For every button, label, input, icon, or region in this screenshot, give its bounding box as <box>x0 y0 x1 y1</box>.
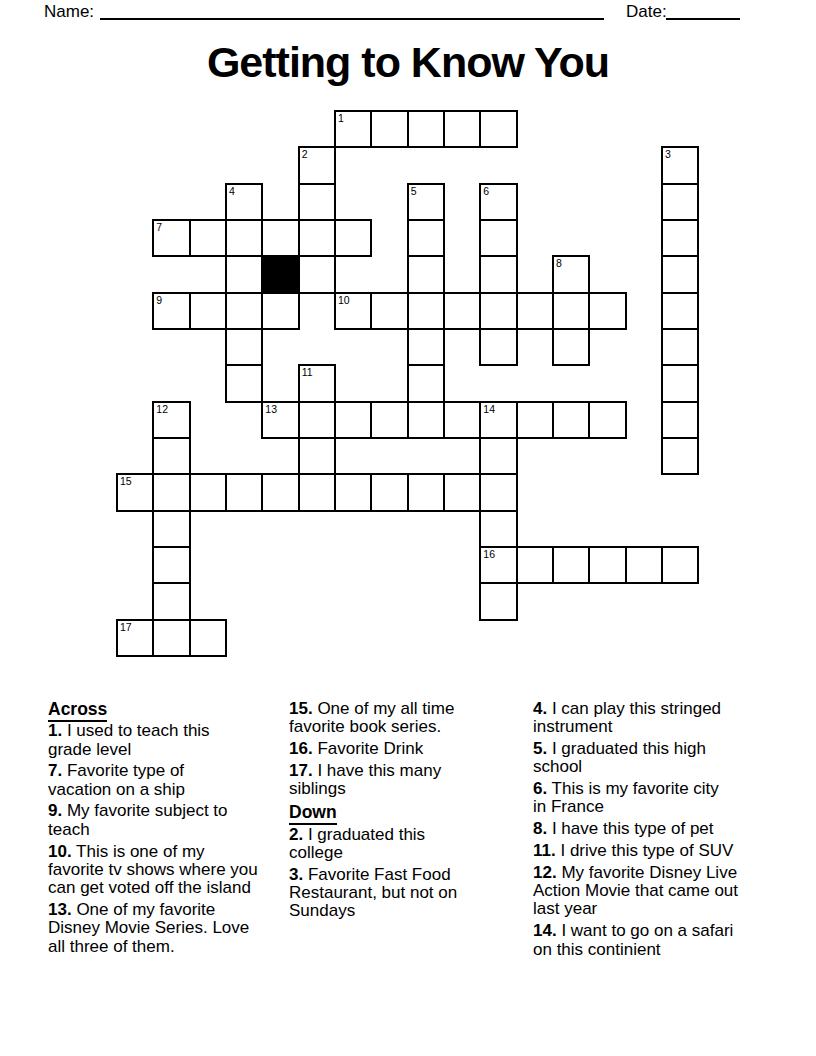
clue-number: 7. <box>48 761 62 780</box>
clue-number: 10. <box>48 842 72 861</box>
clue-across-15: 15. One of my all time favorite book ser… <box>289 700 539 737</box>
clue-number: 4. <box>533 699 547 718</box>
grid-cell[interactable] <box>298 255 336 293</box>
cell-number-3: 3 <box>665 149 671 160</box>
grid-cell[interactable] <box>298 473 336 511</box>
grid-cell[interactable] <box>407 255 445 293</box>
cell-number-1: 1 <box>338 113 344 124</box>
grid-cell[interactable] <box>407 401 445 439</box>
date-label: Date: <box>626 3 667 21</box>
grid-cell[interactable] <box>152 582 190 620</box>
grid-cell[interactable] <box>152 546 190 584</box>
clue-down-4: 4. I can play this stringed instrument <box>533 700 783 737</box>
clue-across-10: 10. This is one of my favorite tv shows … <box>48 843 298 898</box>
grid-cell[interactable] <box>552 328 590 366</box>
grid-cell[interactable] <box>661 183 699 221</box>
grid-cell[interactable] <box>370 292 408 330</box>
grid-cell[interactable] <box>225 328 263 366</box>
grid-cell[interactable] <box>189 292 227 330</box>
clue-number: 17. <box>289 761 313 780</box>
clue-down-3: 3. Favorite Fast Food Restaurant, but no… <box>289 866 539 921</box>
grid-cell[interactable] <box>552 546 590 584</box>
grid-cell[interactable] <box>661 255 699 293</box>
clue-text: I graduated this college <box>289 825 425 862</box>
clue-number: 9. <box>48 801 62 820</box>
grid-cell[interactable] <box>152 510 190 548</box>
grid-cell[interactable] <box>225 219 263 257</box>
clue-number: 3. <box>289 865 303 884</box>
clue-text: One of my favorite Disney Movie Series. … <box>48 900 249 956</box>
clue-number: 15. <box>289 699 313 718</box>
cell-number-14: 14 <box>483 404 495 415</box>
grid-cell[interactable] <box>261 473 299 511</box>
clue-number: 16. <box>289 739 313 758</box>
grid-cell[interactable] <box>152 437 190 475</box>
cell-number-12: 12 <box>156 404 168 415</box>
grid-cell[interactable] <box>661 546 699 584</box>
grid-cell[interactable] <box>516 546 554 584</box>
clue-text: My favorite Disney Live Action Movie tha… <box>533 863 738 919</box>
grid-cell[interactable] <box>552 292 590 330</box>
grid-cell[interactable] <box>298 401 336 439</box>
grid-cell[interactable] <box>261 219 299 257</box>
clue-across-17: 17. I have this many siblings <box>289 762 539 799</box>
across-heading: Across <box>48 700 298 718</box>
grid-cell[interactable] <box>479 510 517 548</box>
grid-cell[interactable] <box>625 546 663 584</box>
worksheet-page: Name: Date: Getting to Know You 12345678… <box>0 0 816 1056</box>
grid-cell[interactable] <box>407 292 445 330</box>
grid-cell[interactable] <box>334 401 372 439</box>
clue-across-7: 7. Favorite type of vacation on a ship <box>48 762 298 799</box>
clue-text: I can play this stringed instrument <box>533 699 721 736</box>
grid-cell[interactable] <box>661 437 699 475</box>
clue-down-12: 12. My favorite Disney Live Action Movie… <box>533 864 783 919</box>
cell-number-16: 16 <box>483 549 495 560</box>
cell-number-8: 8 <box>556 258 562 269</box>
grid-cell[interactable] <box>225 292 263 330</box>
clue-number: 11. <box>533 841 556 860</box>
grid-cell[interactable] <box>298 437 336 475</box>
clue-across-16: 16. Favorite Drink <box>289 740 539 758</box>
cell-number-10: 10 <box>338 295 350 306</box>
cell-number-7: 7 <box>156 222 162 233</box>
grid-cell[interactable] <box>661 328 699 366</box>
grid-cell[interactable] <box>298 183 336 221</box>
clue-text: My favorite subject to teach <box>48 801 228 838</box>
clue-text: Favorite type of vacation on a ship <box>48 761 185 798</box>
grid-cell[interactable] <box>298 219 336 257</box>
grid-cell[interactable] <box>407 328 445 366</box>
grid-cell[interactable] <box>479 473 517 511</box>
clue-down-11: 11. I drive this type of SUV <box>533 842 783 860</box>
date-blank-line[interactable] <box>666 2 740 20</box>
clue-number: 5. <box>533 739 547 758</box>
grid-cell[interactable] <box>443 110 481 148</box>
grid-cell[interactable] <box>189 219 227 257</box>
grid-cell[interactable] <box>189 619 227 657</box>
cell-number-17: 17 <box>120 622 132 633</box>
black-cell <box>261 255 299 293</box>
clue-column-left: Across 1. I used to teach this grade lev… <box>48 700 298 959</box>
grid-cell[interactable] <box>479 328 517 366</box>
grid-cell[interactable] <box>334 219 372 257</box>
grid-cell[interactable] <box>370 401 408 439</box>
grid-cell[interactable] <box>152 473 190 511</box>
clue-text: One of my all time favorite book series. <box>289 699 454 736</box>
grid-cell[interactable] <box>225 473 263 511</box>
grid-cell[interactable] <box>370 110 408 148</box>
cell-number-15: 15 <box>120 476 132 487</box>
grid-cell[interactable] <box>407 110 445 148</box>
clue-number: 6. <box>533 779 547 798</box>
clue-across-13: 13. One of my favorite Disney Movie Seri… <box>48 901 298 956</box>
grid-cell[interactable] <box>661 364 699 402</box>
puzzle-title: Getting to Know You <box>0 34 816 90</box>
cell-number-2: 2 <box>302 149 308 160</box>
grid-cell[interactable] <box>407 364 445 402</box>
grid-cell[interactable] <box>443 401 481 439</box>
grid-cell[interactable] <box>661 219 699 257</box>
grid-cell[interactable] <box>225 364 263 402</box>
clue-text: This is one of my favorite tv shows wher… <box>48 842 258 898</box>
grid-cell[interactable] <box>261 292 299 330</box>
grid-cell[interactable] <box>479 582 517 620</box>
grid-cell[interactable] <box>588 401 626 439</box>
crossword-grid: 1234567891011121314151617 <box>116 110 706 665</box>
clue-down-14: 14. I want to go on a safari on this con… <box>533 922 783 959</box>
clue-text: Favorite Drink <box>317 739 423 758</box>
cell-number-13: 13 <box>265 404 277 415</box>
cell-number-4: 4 <box>229 186 235 197</box>
grid-cell[interactable] <box>552 401 590 439</box>
clue-number: 14. <box>533 921 557 940</box>
cell-number-11: 11 <box>302 367 313 378</box>
clue-across-1: 1. I used to teach this grade level <box>48 722 298 759</box>
clue-text: I want to go on a safari on this contini… <box>533 921 733 958</box>
name-label: Name: <box>44 3 94 21</box>
grid-cell[interactable] <box>516 292 554 330</box>
cell-number-6: 6 <box>483 186 489 197</box>
clue-down-2: 2. I graduated this college <box>289 826 539 863</box>
down-heading: Down <box>289 803 539 821</box>
grid-cell[interactable] <box>443 473 481 511</box>
grid-cell[interactable] <box>407 473 445 511</box>
grid-cell[interactable] <box>516 401 554 439</box>
grid-cell[interactable] <box>588 546 626 584</box>
clue-column-right: 4. I can play this stringed instrument 5… <box>533 700 783 962</box>
clue-across-9: 9. My favorite subject to teach <box>48 802 298 839</box>
grid-cell[interactable] <box>479 437 517 475</box>
grid-cell[interactable] <box>443 292 481 330</box>
clue-text: I graduated this high school <box>533 739 706 776</box>
clue-number: 8. <box>533 819 547 838</box>
grid-cell[interactable] <box>479 292 517 330</box>
grid-cell[interactable] <box>479 219 517 257</box>
grid-cell[interactable] <box>334 473 372 511</box>
grid-cell[interactable] <box>225 255 263 293</box>
clue-text: This is my favorite city in France <box>533 779 719 816</box>
cell-number-9: 9 <box>156 295 162 306</box>
clue-down-6: 6. This is my favorite city in France <box>533 780 783 817</box>
cell-number-5: 5 <box>411 186 417 197</box>
clue-number: 2. <box>289 825 303 844</box>
clue-down-8: 8. I have this type of pet <box>533 820 783 838</box>
grid-cell[interactable] <box>189 473 227 511</box>
clue-text: I drive this type of SUV <box>560 841 733 860</box>
grid-cell[interactable] <box>661 401 699 439</box>
grid-cell[interactable] <box>588 292 626 330</box>
name-blank-line[interactable] <box>100 2 604 20</box>
grid-cell[interactable] <box>661 292 699 330</box>
clue-number: 13. <box>48 900 72 919</box>
clue-number: 1. <box>48 721 62 740</box>
clue-column-middle: 15. One of my all time favorite book ser… <box>289 700 539 924</box>
clue-text: Favorite Fast Food Restaurant, but not o… <box>289 865 457 921</box>
clue-down-5: 5. I graduated this high school <box>533 740 783 777</box>
grid-cell[interactable] <box>152 619 190 657</box>
clue-text: I used to teach this grade level <box>48 721 210 758</box>
grid-cell[interactable] <box>479 255 517 293</box>
clue-text: I have this type of pet <box>552 819 714 838</box>
grid-cell[interactable] <box>407 219 445 257</box>
grid-cell[interactable] <box>370 473 408 511</box>
clue-number: 12. <box>533 863 557 882</box>
grid-cell[interactable] <box>479 110 517 148</box>
